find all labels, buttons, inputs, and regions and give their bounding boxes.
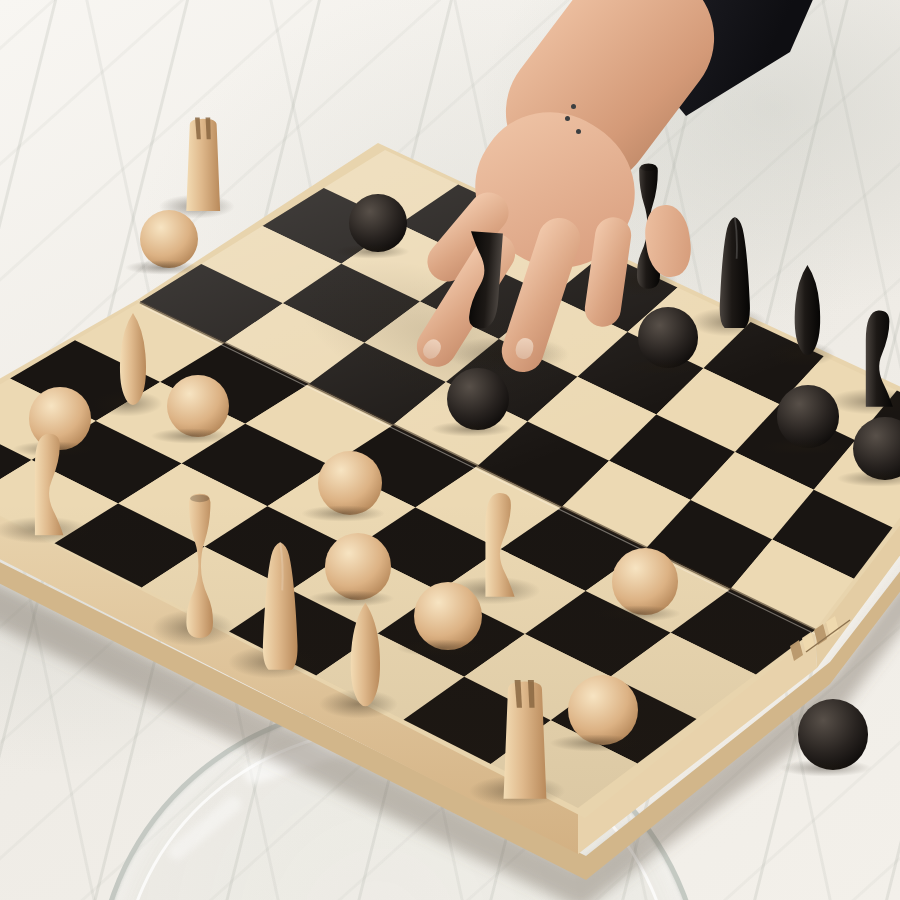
scene: ♝ ♚ ♛♝♞♟♟♟♟♟♗♙♙♘♙♙♙♙♙♘ ♔ ♕♗ ♖ ♖♙♟ ♞ mini… <box>0 0 900 900</box>
tattoo-dot <box>571 104 576 109</box>
knuckle <box>641 202 695 279</box>
held-black-knight[interactable]: ♞ <box>438 228 527 337</box>
hand-holding-knight: ♞ <box>0 0 900 900</box>
tattoo-dot <box>576 129 581 134</box>
tattoo-dot <box>565 116 570 121</box>
